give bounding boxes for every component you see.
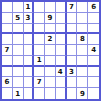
sudoku-cell-empty[interactable] [13,45,24,56]
sudoku-cell-empty[interactable] [34,2,45,13]
sudoku-cell-empty[interactable] [34,45,45,56]
sudoku-cell-empty[interactable] [67,13,78,24]
sudoku-cell-empty[interactable] [2,34,13,45]
sudoku-cell-empty[interactable] [88,13,99,24]
sudoku-cell-empty[interactable] [88,88,99,99]
sudoku-cell-given: 6 [2,77,13,88]
sudoku-cell-empty[interactable] [77,24,88,35]
sudoku-cell-empty[interactable] [24,67,35,78]
sudoku-cell-given: 9 [77,88,88,99]
sudoku-cell-empty[interactable] [88,34,99,45]
sudoku-cell-empty[interactable] [67,77,78,88]
sudoku-cell-empty[interactable] [56,45,67,56]
sudoku-cell-given: 2 [45,34,56,45]
sudoku-cell-empty[interactable] [56,2,67,13]
sudoku-cell-empty[interactable] [13,77,24,88]
sudoku-cell-empty[interactable] [56,88,67,99]
sudoku-cell-empty[interactable] [67,88,78,99]
sudoku-cell-empty[interactable] [24,45,35,56]
sudoku-cell-empty[interactable] [34,34,45,45]
sudoku-cell-empty[interactable] [45,88,56,99]
sudoku-cell-empty[interactable] [67,24,78,35]
sudoku-cell-empty[interactable] [88,77,99,88]
sudoku-cell-empty[interactable] [56,24,67,35]
sudoku-cell-empty[interactable] [77,13,88,24]
sudoku-cell-empty[interactable] [67,56,78,67]
sudoku-cell-given: 7 [67,2,78,13]
sudoku-cell-empty[interactable] [77,77,88,88]
sudoku-cell-empty[interactable] [24,24,35,35]
sudoku-board-frame: 17653928741436719 [0,0,101,101]
sudoku-cell-given: 9 [45,13,56,24]
sudoku-cell-given: 1 [24,2,35,13]
sudoku-cell-empty[interactable] [56,56,67,67]
sudoku-cell-empty[interactable] [45,2,56,13]
sudoku-cell-empty[interactable] [45,67,56,78]
sudoku-cell-empty[interactable] [24,77,35,88]
sudoku-cell-empty[interactable] [34,13,45,24]
sudoku-cell-empty[interactable] [34,67,45,78]
sudoku-cell-empty[interactable] [45,24,56,35]
sudoku-cell-empty[interactable] [77,2,88,13]
sudoku-cell-empty[interactable] [24,34,35,45]
sudoku-cell-given: 3 [24,13,35,24]
sudoku-cell-empty[interactable] [67,34,78,45]
sudoku-cell-empty[interactable] [2,24,13,35]
sudoku-cell-empty[interactable] [2,88,13,99]
sudoku-cell-empty[interactable] [24,88,35,99]
sudoku-cell-empty[interactable] [77,56,88,67]
sudoku-cell-given: 4 [88,45,99,56]
sudoku-cell-empty[interactable] [45,77,56,88]
sudoku-cell-given: 6 [88,2,99,13]
sudoku-cell-empty[interactable] [13,56,24,67]
sudoku-cell-empty[interactable] [2,56,13,67]
sudoku-cell-empty[interactable] [67,45,78,56]
sudoku-cell-empty[interactable] [45,45,56,56]
sudoku-cell-empty[interactable] [13,24,24,35]
sudoku-cell-empty[interactable] [34,24,45,35]
sudoku-cell-empty[interactable] [77,45,88,56]
sudoku-cell-empty[interactable] [88,24,99,35]
sudoku-cell-empty[interactable] [45,56,56,67]
sudoku-cell-empty[interactable] [13,34,24,45]
sudoku-cell-empty[interactable] [88,67,99,78]
sudoku-cell-empty[interactable] [34,88,45,99]
sudoku-cell-empty[interactable] [56,13,67,24]
sudoku-cell-given: 1 [34,56,45,67]
sudoku-cell-empty[interactable] [88,56,99,67]
sudoku-cell-given: 7 [34,77,45,88]
sudoku-cell-empty[interactable] [56,77,67,88]
sudoku-cell-given: 3 [67,67,78,78]
sudoku-cell-empty[interactable] [13,67,24,78]
sudoku-cell-empty[interactable] [2,13,13,24]
sudoku-cell-empty[interactable] [13,2,24,13]
sudoku-cell-given: 8 [77,34,88,45]
sudoku-cell-empty[interactable] [77,67,88,78]
sudoku-board: 17653928741436719 [0,0,101,101]
sudoku-cell-empty[interactable] [24,56,35,67]
sudoku-cell-given: 4 [56,67,67,78]
sudoku-cell-empty[interactable] [2,2,13,13]
sudoku-cell-empty[interactable] [2,67,13,78]
sudoku-cell-empty[interactable] [56,34,67,45]
sudoku-cell-given: 5 [13,13,24,24]
sudoku-cell-given: 1 [13,88,24,99]
sudoku-cell-given: 7 [2,45,13,56]
